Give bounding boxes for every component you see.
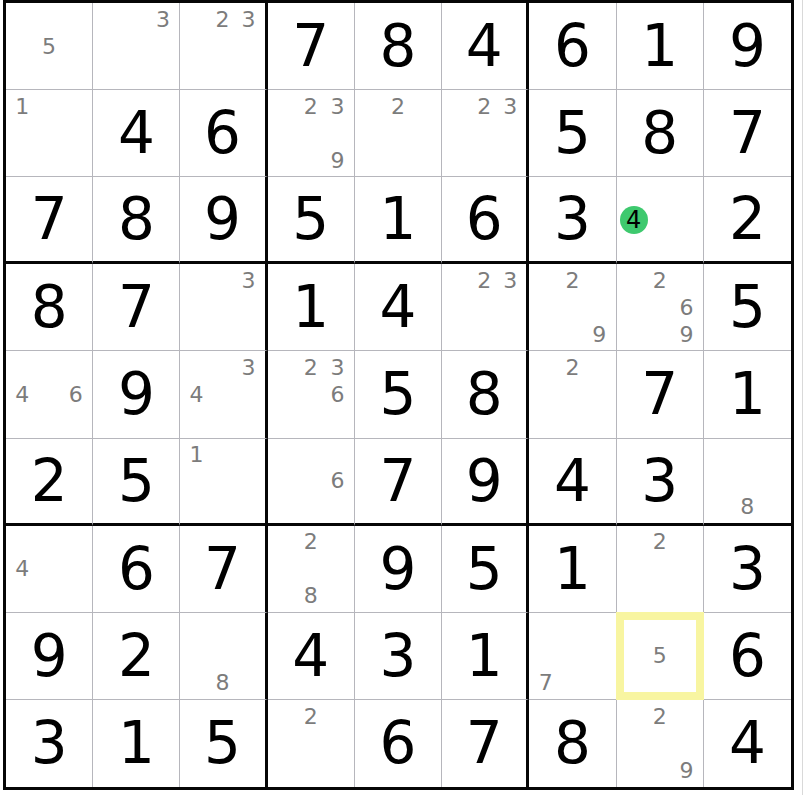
candidate-digit[interactable]: 2 xyxy=(565,357,579,379)
candidate-digit[interactable]: 1 xyxy=(189,444,203,466)
candidate-slot-3 xyxy=(236,442,262,468)
candidate-slot-6 xyxy=(150,33,177,60)
cell-r7c8[interactable]: 2 xyxy=(617,526,704,613)
candidate-slot-5 xyxy=(210,643,236,670)
candidate-digit[interactable]: 2 xyxy=(304,706,318,728)
candidate-slot-2: 2 xyxy=(210,6,236,33)
candidate-slot-3 xyxy=(62,6,89,33)
candidate-slot-2 xyxy=(734,442,761,468)
cell-r4c8[interactable]: 269 xyxy=(617,264,704,351)
cell-r6c5[interactable]: 7 xyxy=(355,439,442,526)
candidate-digit[interactable]: 3 xyxy=(503,96,517,118)
cell-r2c9[interactable]: 7 xyxy=(704,90,791,177)
placed-digit: 1 xyxy=(641,17,678,75)
cell-r4c9[interactable]: 5 xyxy=(704,264,791,351)
placed-digit: 7 xyxy=(380,452,417,510)
candidate-slot-5 xyxy=(297,381,324,408)
candidate-slot-3 xyxy=(324,442,351,468)
cell-r1c3[interactable]: 23 xyxy=(180,3,267,90)
candidate-slot-6 xyxy=(236,294,262,321)
candidate-slot-7: 7 xyxy=(532,670,559,697)
candidate-slot-9 xyxy=(324,409,351,436)
candidate-digit[interactable]: 4 xyxy=(189,384,203,406)
candidate-slot-7 xyxy=(183,494,209,520)
candidate-slot-1 xyxy=(271,354,298,381)
cell-r1c6[interactable]: 4 xyxy=(442,3,529,90)
candidate-digit[interactable]: 8 xyxy=(740,496,754,518)
candidate-slot-8 xyxy=(36,60,63,87)
cell-r3c9[interactable]: 2 xyxy=(704,177,791,264)
candidate-slot-1 xyxy=(620,180,648,206)
cell-r6c3[interactable]: 1 xyxy=(180,439,267,526)
candidate-slot-1 xyxy=(620,529,647,556)
candidate-grid: 239 xyxy=(268,90,354,176)
placed-digit: 8 xyxy=(380,17,417,75)
cell-r8c6[interactable]: 1 xyxy=(442,613,529,700)
cell-r5c9[interactable]: 1 xyxy=(704,351,791,438)
candidate-grid: 29 xyxy=(529,264,615,350)
cell-r2c7[interactable]: 5 xyxy=(529,90,616,177)
cell-r5c7[interactable]: 2 xyxy=(529,351,616,438)
placed-digit: 5 xyxy=(380,365,417,423)
candidate-digit[interactable]: 3 xyxy=(242,270,256,292)
candidate-slot-1 xyxy=(620,267,647,294)
candidate-slot-5 xyxy=(297,468,324,494)
cell-r6c1[interactable]: 2 xyxy=(6,439,93,526)
cell-r8c2[interactable]: 2 xyxy=(93,613,180,700)
candidate-grid: 1 xyxy=(6,90,92,176)
cell-r6c9[interactable]: 8 xyxy=(704,439,791,526)
candidate-grid: 1 xyxy=(180,439,264,523)
cell-r2c3[interactable]: 6 xyxy=(180,90,267,177)
cell-r8c7[interactable]: 7 xyxy=(529,613,616,700)
candidate-digit[interactable]: 8 xyxy=(304,585,318,607)
cell-r9c4[interactable]: 2 xyxy=(268,700,355,787)
candidate-slot-4 xyxy=(620,643,647,670)
cell-r6c4[interactable]: 6 xyxy=(268,439,355,526)
candidate-slot-1 xyxy=(9,354,36,381)
cell-r3c8[interactable]: 4 xyxy=(617,177,704,264)
candidate-slot-6 xyxy=(62,33,89,60)
candidate-slot-1 xyxy=(183,354,209,381)
cell-r9c3[interactable]: 5 xyxy=(180,700,267,787)
candidate-grid: 5 xyxy=(617,613,703,699)
candidate-slot-7 xyxy=(620,234,648,260)
candidate-digit[interactable]: 9 xyxy=(679,324,693,346)
candidate-slot-4 xyxy=(445,120,471,147)
cell-r6c8[interactable]: 3 xyxy=(617,439,704,526)
candidate-slot-2: 2 xyxy=(297,93,324,120)
candidate-slot-9: 9 xyxy=(324,147,351,174)
cell-r5c5[interactable]: 5 xyxy=(355,351,442,438)
candidate-grid: 23 xyxy=(442,264,526,350)
candidate-slot-1 xyxy=(620,616,647,643)
candidate-grid: 34 xyxy=(180,351,264,437)
cell-r7c9[interactable]: 3 xyxy=(704,526,791,613)
candidate-grid: 46 xyxy=(6,351,92,437)
candidate-slot-9 xyxy=(62,409,89,436)
candidate-digit[interactable]: 3 xyxy=(242,9,256,31)
candidate-slot-7 xyxy=(9,583,36,610)
candidate-slot-9 xyxy=(674,234,700,260)
candidate-digit[interactable]: 8 xyxy=(216,672,230,694)
placed-digit: 8 xyxy=(466,365,503,423)
candidate-digit[interactable]: 2 xyxy=(653,706,667,728)
candidate-slot-9 xyxy=(673,583,700,610)
cell-r2c6[interactable]: 23 xyxy=(442,90,529,177)
candidate-digit[interactable]: 2 xyxy=(304,96,318,118)
candidate-slot-6 xyxy=(586,294,613,321)
candidate-slot-8 xyxy=(210,321,236,348)
candidate-slot-1 xyxy=(271,529,298,556)
candidate-slot-2: 2 xyxy=(471,93,497,120)
candidate-digit[interactable]: 2 xyxy=(477,96,491,118)
candidate-slot-5 xyxy=(210,381,236,408)
candidate-slot-8 xyxy=(36,409,63,436)
candidate-slot-3 xyxy=(62,529,89,556)
candidate-slot-1 xyxy=(271,442,298,468)
cell-r2c8[interactable]: 8 xyxy=(617,90,704,177)
placed-digit: 5 xyxy=(204,714,241,772)
candidate-slot-4 xyxy=(620,730,647,757)
candidate-slot-7 xyxy=(620,670,647,697)
placed-digit: 6 xyxy=(118,540,155,598)
cell-r3c2[interactable]: 8 xyxy=(93,177,180,264)
candidate-slot-1 xyxy=(707,442,734,468)
candidate-slot-8 xyxy=(36,583,63,610)
candidate-slot-8 xyxy=(297,409,324,436)
placed-digit: 2 xyxy=(729,190,766,248)
cell-r2c5[interactable]: 2 xyxy=(355,90,442,177)
cell-r6c6[interactable]: 9 xyxy=(442,439,529,526)
candidate-slot-6: 6 xyxy=(324,381,351,408)
candidate-digit[interactable]: 3 xyxy=(156,9,170,31)
candidate-slot-4 xyxy=(183,468,209,494)
cell-r9c9[interactable]: 4 xyxy=(704,700,791,787)
candidate-slot-2: 2 xyxy=(297,703,324,730)
cell-r3c3[interactable]: 9 xyxy=(180,177,267,264)
cell-r1c4[interactable]: 7 xyxy=(268,3,355,90)
candidate-slot-9: 9 xyxy=(586,321,613,348)
candidate-slot-5: 5 xyxy=(646,643,673,670)
placed-digit: 6 xyxy=(204,104,241,162)
placed-digit: 4 xyxy=(380,278,417,336)
candidate-slot-8 xyxy=(646,583,673,610)
candidate-slot-4 xyxy=(620,556,647,583)
placed-digit: 3 xyxy=(31,714,68,772)
candidate-slot-2 xyxy=(210,442,236,468)
candidate-slot-2 xyxy=(210,616,236,643)
candidate-digit[interactable]: 3 xyxy=(503,270,517,292)
candidate-slot-7 xyxy=(183,60,209,87)
candidate-slot-9 xyxy=(62,147,89,174)
candidate-digit[interactable]: 9 xyxy=(679,760,693,782)
candidate-slot-5 xyxy=(210,468,236,494)
candidate-grid: 2 xyxy=(617,526,703,612)
candidate-slot-4 xyxy=(620,294,647,321)
candidate-slot-2: 2 xyxy=(646,267,673,294)
candidate-slot-7 xyxy=(271,758,298,785)
cell-r8c8[interactable]: 5 xyxy=(617,613,704,700)
candidate-slot-2 xyxy=(210,267,236,294)
candidate-slot-7 xyxy=(9,60,36,87)
cell-r7c1[interactable]: 4 xyxy=(6,526,93,613)
placed-digit: 8 xyxy=(118,190,155,248)
candidate-slot-2: 2 xyxy=(385,93,412,120)
cell-r2c1[interactable]: 1 xyxy=(6,90,93,177)
placed-digit: 4 xyxy=(466,17,503,75)
candidate-slot-7 xyxy=(96,60,123,87)
cell-r3c4[interactable]: 5 xyxy=(268,177,355,264)
cell-r7c6[interactable]: 5 xyxy=(442,526,529,613)
cell-r5c3[interactable]: 34 xyxy=(180,351,267,438)
candidate-slot-9 xyxy=(324,494,351,520)
candidate-slot-7 xyxy=(271,409,298,436)
cell-r2c4[interactable]: 239 xyxy=(268,90,355,177)
candidate-grid: 6 xyxy=(268,439,354,523)
candidate-slot-9 xyxy=(236,670,262,697)
candidate-slot-1 xyxy=(532,354,559,381)
candidate-slot-3 xyxy=(411,93,438,120)
candidate-slot-6 xyxy=(673,556,700,583)
candidate-slot-3: 3 xyxy=(236,267,262,294)
cell-r8c1[interactable]: 9 xyxy=(6,613,93,700)
placed-digit: 9 xyxy=(380,540,417,598)
cell-r6c7[interactable]: 4 xyxy=(529,439,616,526)
cell-r9c6[interactable]: 7 xyxy=(442,700,529,787)
candidate-slot-9 xyxy=(236,321,262,348)
candidate-slot-5 xyxy=(559,643,586,670)
candidate-slot-8 xyxy=(648,234,674,260)
cell-r1c8[interactable]: 1 xyxy=(617,3,704,90)
candidate-slot-6 xyxy=(497,294,523,321)
candidate-slot-8 xyxy=(646,758,673,785)
candidate-slot-6: 6 xyxy=(62,381,89,408)
candidate-slot-8 xyxy=(646,321,673,348)
cell-r3c5[interactable]: 1 xyxy=(355,177,442,264)
cell-r1c1[interactable]: 5 xyxy=(6,3,93,90)
placed-digit: 5 xyxy=(554,104,591,162)
candidate-slot-8: 8 xyxy=(297,583,324,610)
candidate-slot-9 xyxy=(586,409,613,436)
candidate-slot-3 xyxy=(236,616,262,643)
placed-digit: 1 xyxy=(466,627,503,685)
candidate-slot-6 xyxy=(497,120,523,147)
candidate-digit[interactable]: 2 xyxy=(304,357,318,379)
placed-digit: 4 xyxy=(118,104,155,162)
candidate-slot-8 xyxy=(559,409,586,436)
candidate-slot-5 xyxy=(297,730,324,757)
candidate-slot-1 xyxy=(271,93,298,120)
candidate-slot-9 xyxy=(150,60,177,87)
candidate-slot-3 xyxy=(673,267,700,294)
candidate-digit[interactable]: 3 xyxy=(242,357,256,379)
candidate-digit[interactable]: 3 xyxy=(331,357,345,379)
candidate-slot-4: 4 xyxy=(9,381,36,408)
candidate-slot-7 xyxy=(9,147,36,174)
candidate-slot-2 xyxy=(646,616,673,643)
candidate-slot-9 xyxy=(324,758,351,785)
cell-r8c9[interactable]: 6 xyxy=(704,613,791,700)
candidate-grid: 8 xyxy=(704,439,791,523)
candidate-slot-4 xyxy=(358,120,385,147)
candidate-slot-7 xyxy=(183,321,209,348)
candidate-slot-8 xyxy=(210,409,236,436)
cell-r9c8[interactable]: 29 xyxy=(617,700,704,787)
candidate-slot-2: 2 xyxy=(471,267,497,294)
placed-digit: 7 xyxy=(31,190,68,248)
candidate-digit[interactable]: 6 xyxy=(331,470,345,492)
placed-digit: 7 xyxy=(292,17,329,75)
candidate-digit[interactable]: 3 xyxy=(331,96,345,118)
candidate-slot-9: 9 xyxy=(673,321,700,348)
candidate-slot-4 xyxy=(9,120,36,147)
cell-r5c4[interactable]: 236 xyxy=(268,351,355,438)
cell-r7c7[interactable]: 1 xyxy=(529,526,616,613)
cell-r5c8[interactable]: 7 xyxy=(617,351,704,438)
candidate-digit[interactable]: 2 xyxy=(565,270,579,292)
candidate-digit[interactable]: 7 xyxy=(539,672,553,694)
cell-r1c7[interactable]: 6 xyxy=(529,3,616,90)
cell-r1c2[interactable]: 3 xyxy=(93,3,180,90)
candidate-slot-8 xyxy=(559,670,586,697)
candidate-slot-4 xyxy=(183,643,209,670)
candidate-slot-6 xyxy=(586,381,613,408)
candidate-slot-2: 2 xyxy=(297,354,324,381)
candidate-slot-8 xyxy=(123,60,150,87)
candidate-slot-7 xyxy=(183,409,209,436)
candidate-slot-7 xyxy=(620,583,647,610)
cell-r7c5[interactable]: 9 xyxy=(355,526,442,613)
candidate-slot-5 xyxy=(471,120,497,147)
candidate-slot-8 xyxy=(210,494,236,520)
candidate-slot-4 xyxy=(271,381,298,408)
cell-r4c2[interactable]: 7 xyxy=(93,264,180,351)
candidate-slot-3 xyxy=(586,267,613,294)
candidate-digit[interactable]: 2 xyxy=(216,9,230,31)
cell-r5c6[interactable]: 8 xyxy=(442,351,529,438)
candidate-digit[interactable]: 6 xyxy=(69,384,83,406)
cell-r4c7[interactable]: 29 xyxy=(529,264,616,351)
cell-r7c4[interactable]: 28 xyxy=(268,526,355,613)
candidate-slot-5 xyxy=(36,381,63,408)
cell-r3c6[interactable]: 6 xyxy=(442,177,529,264)
candidate-digit[interactable]: 2 xyxy=(653,270,667,292)
green-circle-candidate[interactable]: 4 xyxy=(620,206,648,234)
cell-r6c2[interactable]: 5 xyxy=(93,439,180,526)
cell-r4c3[interactable]: 3 xyxy=(180,264,267,351)
candidate-slot-2 xyxy=(36,93,63,120)
candidate-slot-4: 4 xyxy=(9,556,36,583)
candidate-slot-4 xyxy=(271,120,298,147)
cell-r4c6[interactable]: 23 xyxy=(442,264,529,351)
placed-digit: 1 xyxy=(380,190,417,248)
sudoku-board: 5323784619146239223587789516342873142329… xyxy=(3,0,794,790)
candidate-digit[interactable]: 9 xyxy=(592,324,606,346)
cell-r9c2[interactable]: 1 xyxy=(93,700,180,787)
candidate-digit[interactable]: 2 xyxy=(653,531,667,553)
candidate-slot-2 xyxy=(36,529,63,556)
candidate-slot-9 xyxy=(324,583,351,610)
candidate-slot-1 xyxy=(532,616,559,643)
candidate-digit[interactable]: 6 xyxy=(679,297,693,319)
candidate-grid: 4 xyxy=(6,526,92,612)
candidate-slot-9: 9 xyxy=(673,758,700,785)
cell-r1c9[interactable]: 9 xyxy=(704,3,791,90)
candidate-slot-1 xyxy=(183,616,209,643)
candidate-slot-9 xyxy=(411,147,438,174)
candidate-slot-5 xyxy=(123,33,150,60)
candidate-slot-6 xyxy=(236,33,262,60)
cell-r8c3[interactable]: 8 xyxy=(180,613,267,700)
candidate-slot-6 xyxy=(761,468,788,494)
candidate-slot-5 xyxy=(559,294,586,321)
cell-r1c5[interactable]: 8 xyxy=(355,3,442,90)
candidate-slot-5 xyxy=(646,294,673,321)
candidate-slot-5 xyxy=(297,120,324,147)
candidate-slot-6 xyxy=(324,730,351,757)
cell-r5c1[interactable]: 46 xyxy=(6,351,93,438)
cell-r3c1[interactable]: 7 xyxy=(6,177,93,264)
candidate-digit[interactable]: 2 xyxy=(477,270,491,292)
candidate-slot-9 xyxy=(236,409,262,436)
placed-digit: 4 xyxy=(729,714,766,772)
cell-r4c1[interactable]: 8 xyxy=(6,264,93,351)
candidate-slot-5 xyxy=(297,556,324,583)
cell-r8c4[interactable]: 4 xyxy=(268,613,355,700)
candidate-grid: 23 xyxy=(442,90,526,176)
candidate-digit[interactable]: 5 xyxy=(42,36,56,58)
cell-r7c3[interactable]: 7 xyxy=(180,526,267,613)
candidate-digit[interactable]: 2 xyxy=(304,531,318,553)
cell-r2c2[interactable]: 4 xyxy=(93,90,180,177)
candidate-digit[interactable]: 4 xyxy=(15,384,29,406)
candidate-grid: 3 xyxy=(180,264,264,350)
cell-r7c2[interactable]: 6 xyxy=(93,526,180,613)
candidate-slot-4 xyxy=(707,468,734,494)
candidate-digit[interactable]: 1 xyxy=(15,96,29,118)
candidate-slot-2 xyxy=(559,616,586,643)
cell-r8c5[interactable]: 3 xyxy=(355,613,442,700)
cell-r9c1[interactable]: 3 xyxy=(6,700,93,787)
cell-r4c4[interactable]: 1 xyxy=(268,264,355,351)
candidate-digit[interactable]: 4 xyxy=(15,558,29,580)
candidate-slot-4 xyxy=(532,643,559,670)
cell-r9c5[interactable]: 6 xyxy=(355,700,442,787)
cell-r4c5[interactable]: 4 xyxy=(355,264,442,351)
candidate-slot-9 xyxy=(673,670,700,697)
candidate-digit[interactable]: 5 xyxy=(653,645,667,667)
candidate-grid: 23 xyxy=(180,3,264,89)
candidate-digit[interactable]: 2 xyxy=(391,96,405,118)
cell-r5c2[interactable]: 9 xyxy=(93,351,180,438)
candidate-slot-7 xyxy=(445,147,471,174)
candidate-slot-8 xyxy=(297,147,324,174)
candidate-slot-3 xyxy=(673,703,700,730)
candidate-grid: 8 xyxy=(180,613,264,699)
placed-digit: 3 xyxy=(554,190,591,248)
cell-r3c7[interactable]: 3 xyxy=(529,177,616,264)
candidate-slot-5 xyxy=(36,120,63,147)
candidate-slot-8 xyxy=(385,147,412,174)
candidate-digit[interactable]: 6 xyxy=(331,384,345,406)
candidate-slot-5 xyxy=(646,556,673,583)
candidate-digit[interactable]: 9 xyxy=(331,150,345,172)
placed-digit: 6 xyxy=(380,714,417,772)
candidate-slot-7 xyxy=(532,409,559,436)
candidate-slot-3 xyxy=(62,354,89,381)
cell-r9c7[interactable]: 8 xyxy=(529,700,616,787)
